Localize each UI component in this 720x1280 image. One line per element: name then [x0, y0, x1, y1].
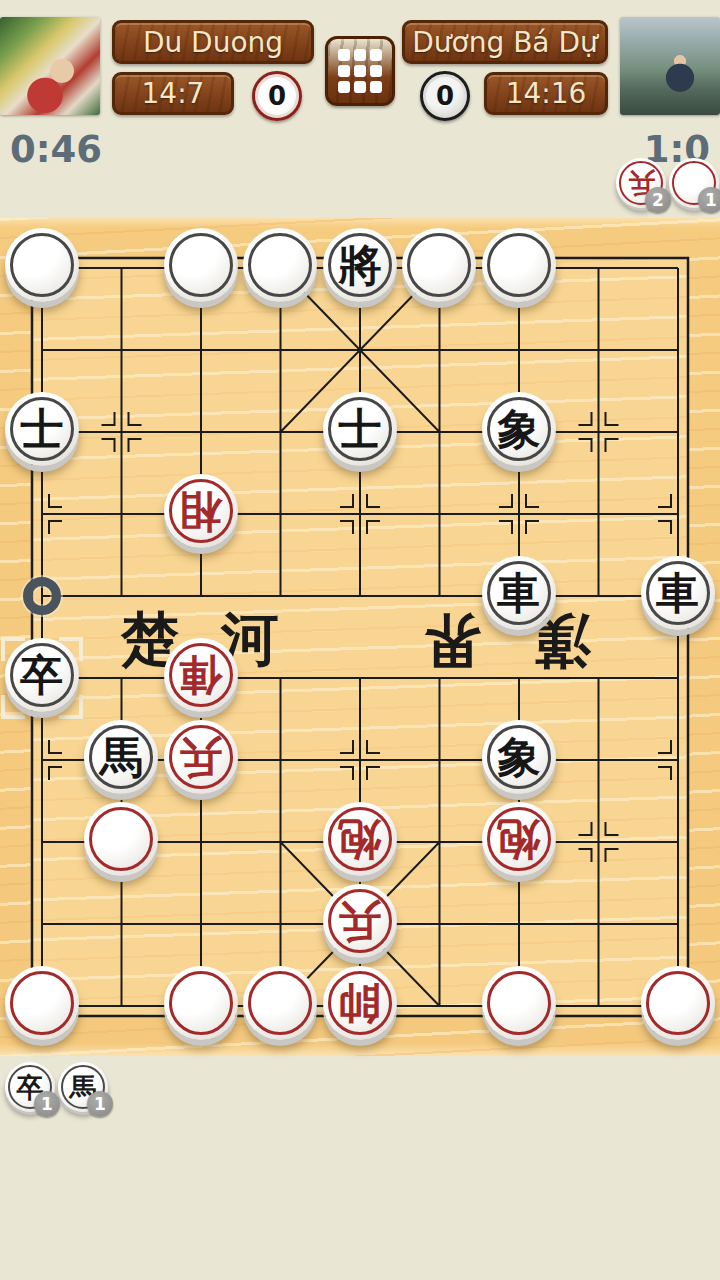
left-clock: 0:46: [10, 128, 102, 171]
piece-glyph: 炮: [338, 818, 381, 861]
piece-glyph: 將: [338, 244, 381, 287]
piece-glyph: 士: [20, 408, 63, 451]
piece-red-covered[interactable]: [641, 966, 715, 1040]
captured-black-soldier: 卒1: [5, 1062, 55, 1112]
left-player-avatar[interactable]: [0, 17, 100, 115]
captured-count-badge: 2: [645, 187, 671, 213]
piece-glyph: 炮: [497, 818, 540, 861]
piece-black-covered[interactable]: [243, 228, 317, 302]
piece-black-advisor[interactable]: 士: [323, 392, 397, 466]
piece-black-covered[interactable]: [402, 228, 476, 302]
right-player-avatar[interactable]: [620, 17, 720, 115]
piece-black-covered[interactable]: [5, 228, 79, 302]
piece-glyph: 帥: [338, 982, 381, 1025]
left-player-timer: 14:7: [112, 72, 234, 115]
right-player-name-plaque: Dương Bá Dự: [402, 20, 608, 64]
captured-red-covered: 1: [669, 158, 719, 208]
piece-red-soldier[interactable]: 兵: [164, 720, 238, 794]
captured-count-badge: 1: [698, 187, 720, 213]
piece-red-general[interactable]: 帥: [323, 966, 397, 1040]
piece-black-covered[interactable]: [164, 228, 238, 302]
piece-red-covered[interactable]: [5, 966, 79, 1040]
left-player-name-plaque: Du Duong: [112, 20, 314, 64]
piece-black-elephant[interactable]: 象: [482, 392, 556, 466]
captured-tray-red-pieces: 兵21: [616, 158, 719, 208]
piece-glyph: 兵: [179, 736, 222, 779]
captured-tray-black-pieces: 卒1馬1: [5, 1062, 108, 1112]
piece-red-elephant[interactable]: 相: [164, 474, 238, 548]
piece-glyph: 卒: [20, 654, 63, 697]
piece-red-covered[interactable]: [482, 966, 556, 1040]
piece-black-advisor[interactable]: 士: [5, 392, 79, 466]
xiangqi-board[interactable]: 楚 河 界 漢 將士士象相車車卒俥馬兵象炮炮兵帥: [0, 218, 720, 1056]
captured-count-badge: 1: [87, 1091, 113, 1117]
piece-black-horse[interactable]: 馬: [84, 720, 158, 794]
grid-menu-icon: [338, 49, 382, 93]
piece-glyph: 俥: [179, 654, 222, 697]
piece-red-cannon[interactable]: 炮: [482, 802, 556, 876]
piece-red-covered[interactable]: [84, 802, 158, 876]
left-player-score-badge: 0: [252, 71, 302, 121]
piece-red-covered[interactable]: [164, 966, 238, 1040]
piece-glyph: 士: [338, 408, 381, 451]
last-move-origin-marker: [23, 577, 61, 615]
piece-black-chariot[interactable]: 車: [641, 556, 715, 630]
piece-red-chariot[interactable]: 俥: [164, 638, 238, 712]
captured-red-soldier: 兵2: [616, 158, 666, 208]
piece-glyph: 車: [497, 572, 540, 615]
menu-button[interactable]: [325, 36, 395, 106]
piece-black-general[interactable]: 將: [323, 228, 397, 302]
piece-glyph: 車: [656, 572, 699, 615]
piece-red-covered[interactable]: [243, 966, 317, 1040]
piece-black-elephant[interactable]: 象: [482, 720, 556, 794]
right-player-timer: 14:16: [484, 72, 608, 115]
piece-glyph: 馬: [100, 736, 143, 779]
piece-black-soldier[interactable]: 卒: [5, 638, 79, 712]
captured-black-horse: 馬1: [58, 1062, 108, 1112]
app-root: Du Duong 14:7 0 Dương Bá Dự 0 14:16 0:46…: [0, 0, 720, 1280]
piece-glyph: 兵: [338, 900, 381, 943]
piece-glyph: 象: [497, 736, 540, 779]
piece-black-covered[interactable]: [482, 228, 556, 302]
piece-grid: 將士士象相車車卒俥馬兵象炮炮兵帥: [2, 227, 718, 1047]
right-player-score-badge: 0: [420, 71, 470, 121]
captured-count-badge: 1: [34, 1091, 60, 1117]
piece-red-soldier[interactable]: 兵: [323, 884, 397, 958]
piece-glyph: 象: [497, 408, 540, 451]
piece-glyph: 相: [179, 490, 222, 533]
river-text-jie-rotated: 界: [423, 601, 481, 679]
piece-red-cannon[interactable]: 炮: [323, 802, 397, 876]
piece-black-chariot[interactable]: 車: [482, 556, 556, 630]
